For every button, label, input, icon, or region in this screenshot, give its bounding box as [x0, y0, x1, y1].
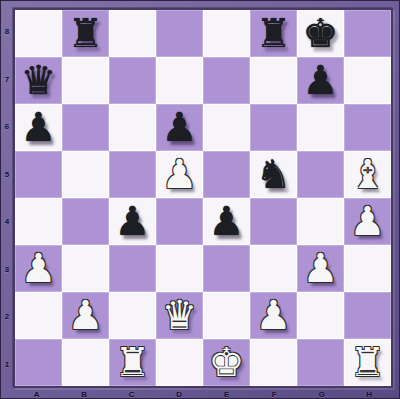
- square-h6[interactable]: [344, 104, 391, 151]
- rank-label-4: 4: [1, 198, 13, 246]
- piece-black-rook[interactable]: ♜: [68, 10, 104, 57]
- piece-white-queen[interactable]: ♛: [162, 292, 198, 339]
- square-d4[interactable]: [156, 198, 203, 245]
- square-g6[interactable]: [297, 104, 344, 151]
- square-e2[interactable]: [203, 292, 250, 339]
- square-d3[interactable]: [156, 245, 203, 292]
- square-g4[interactable]: [297, 198, 344, 245]
- file-label-d: D: [156, 388, 204, 399]
- square-g1[interactable]: [297, 339, 344, 386]
- square-b7[interactable]: [62, 57, 109, 104]
- piece-white-pawn[interactable]: ♟: [303, 245, 339, 292]
- file-label-h: H: [346, 388, 394, 399]
- file-label-a: A: [13, 388, 61, 399]
- file-label-c: C: [108, 388, 156, 399]
- square-e1[interactable]: ♚: [203, 339, 250, 386]
- square-a5[interactable]: [15, 151, 62, 198]
- piece-white-pawn[interactable]: ♟: [68, 292, 104, 339]
- file-label-b: B: [61, 388, 109, 399]
- square-g8[interactable]: ♚: [297, 10, 344, 57]
- square-e4[interactable]: ♟: [203, 198, 250, 245]
- file-label-f: F: [251, 388, 299, 399]
- piece-white-pawn[interactable]: ♟: [162, 151, 198, 198]
- square-d5[interactable]: ♟: [156, 151, 203, 198]
- square-h8[interactable]: [344, 10, 391, 57]
- rank-label-5: 5: [1, 151, 13, 199]
- square-g7[interactable]: ♟: [297, 57, 344, 104]
- square-c1[interactable]: ♜: [109, 339, 156, 386]
- square-d7[interactable]: [156, 57, 203, 104]
- piece-black-pawn[interactable]: ♟: [115, 198, 151, 245]
- square-d1[interactable]: [156, 339, 203, 386]
- square-e7[interactable]: [203, 57, 250, 104]
- square-a2[interactable]: [15, 292, 62, 339]
- square-f7[interactable]: [250, 57, 297, 104]
- square-f4[interactable]: [250, 198, 297, 245]
- file-label-g: G: [298, 388, 346, 399]
- square-a7[interactable]: ♛: [15, 57, 62, 104]
- chess-board-frame: 87654321 ♜♜♚♛♟♟♟♟♞♝♟♟♟♟♟♟♛♟♜♚♜ ABCDEFGH: [0, 0, 400, 399]
- square-c6[interactable]: [109, 104, 156, 151]
- rank-label-3: 3: [1, 246, 13, 294]
- square-h5[interactable]: ♝: [344, 151, 391, 198]
- square-c7[interactable]: [109, 57, 156, 104]
- square-f2[interactable]: ♟: [250, 292, 297, 339]
- piece-black-rook[interactable]: ♜: [256, 10, 292, 57]
- square-c4[interactable]: ♟: [109, 198, 156, 245]
- square-c5[interactable]: [109, 151, 156, 198]
- piece-white-rook[interactable]: ♜: [115, 339, 151, 386]
- piece-black-pawn[interactable]: ♟: [162, 104, 198, 151]
- square-c3[interactable]: [109, 245, 156, 292]
- square-b5[interactable]: [62, 151, 109, 198]
- piece-white-bishop[interactable]: ♝: [350, 151, 386, 198]
- square-b6[interactable]: [62, 104, 109, 151]
- square-e5[interactable]: [203, 151, 250, 198]
- file-label-e: E: [203, 388, 251, 399]
- rank-label-8: 8: [1, 8, 13, 56]
- square-a1[interactable]: [15, 339, 62, 386]
- square-e3[interactable]: [203, 245, 250, 292]
- square-b1[interactable]: [62, 339, 109, 386]
- rank-label-7: 7: [1, 56, 13, 104]
- square-d8[interactable]: [156, 10, 203, 57]
- square-b3[interactable]: [62, 245, 109, 292]
- square-b4[interactable]: [62, 198, 109, 245]
- square-c8[interactable]: [109, 10, 156, 57]
- square-b2[interactable]: ♟: [62, 292, 109, 339]
- piece-white-pawn[interactable]: ♟: [21, 245, 57, 292]
- piece-black-pawn[interactable]: ♟: [209, 198, 245, 245]
- rank-labels: 87654321: [1, 8, 13, 388]
- square-f3[interactable]: [250, 245, 297, 292]
- chess-board: ♜♜♚♛♟♟♟♟♞♝♟♟♟♟♟♟♛♟♜♚♜: [13, 8, 393, 388]
- file-labels: ABCDEFGH: [13, 388, 393, 399]
- square-h3[interactable]: [344, 245, 391, 292]
- piece-white-pawn[interactable]: ♟: [256, 292, 292, 339]
- square-h7[interactable]: [344, 57, 391, 104]
- square-c2[interactable]: [109, 292, 156, 339]
- rank-label-6: 6: [1, 103, 13, 151]
- piece-black-pawn[interactable]: ♟: [303, 57, 339, 104]
- square-e8[interactable]: [203, 10, 250, 57]
- square-a3[interactable]: ♟: [15, 245, 62, 292]
- piece-black-knight[interactable]: ♞: [256, 151, 292, 198]
- piece-black-pawn[interactable]: ♟: [21, 104, 57, 151]
- square-h2[interactable]: [344, 292, 391, 339]
- square-f6[interactable]: [250, 104, 297, 151]
- rank-label-2: 2: [1, 293, 13, 341]
- square-g2[interactable]: [297, 292, 344, 339]
- square-h1[interactable]: ♜: [344, 339, 391, 386]
- square-f8[interactable]: ♜: [250, 10, 297, 57]
- piece-white-rook[interactable]: ♜: [350, 339, 386, 386]
- piece-white-pawn[interactable]: ♟: [350, 198, 386, 245]
- square-h4[interactable]: ♟: [344, 198, 391, 245]
- square-a4[interactable]: [15, 198, 62, 245]
- piece-black-queen[interactable]: ♛: [21, 57, 57, 104]
- square-b8[interactable]: ♜: [62, 10, 109, 57]
- piece-white-king[interactable]: ♚: [209, 339, 245, 386]
- square-e6[interactable]: [203, 104, 250, 151]
- square-d2[interactable]: ♛: [156, 292, 203, 339]
- square-a8[interactable]: [15, 10, 62, 57]
- square-g3[interactable]: ♟: [297, 245, 344, 292]
- square-g5[interactable]: [297, 151, 344, 198]
- rank-label-1: 1: [1, 341, 13, 389]
- piece-black-king[interactable]: ♚: [303, 10, 339, 57]
- square-a6[interactable]: ♟: [15, 104, 62, 151]
- square-d6[interactable]: ♟: [156, 104, 203, 151]
- square-f1[interactable]: [250, 339, 297, 386]
- square-f5[interactable]: ♞: [250, 151, 297, 198]
